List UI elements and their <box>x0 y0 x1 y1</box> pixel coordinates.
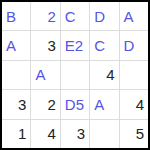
cell-r2c5[interactable]: D <box>120 31 148 59</box>
cell-r3c5[interactable] <box>120 61 148 89</box>
cell-number: 2 <box>47 97 55 112</box>
cell-r1c5[interactable]: A <box>120 2 148 30</box>
eulero-board: B2CDAA3E2CDA432D5A41435 <box>0 0 150 150</box>
cell-letter: B <box>6 9 16 24</box>
cell-letter: D <box>65 97 76 112</box>
cell-r5c3[interactable]: 3 <box>61 120 89 148</box>
cell-r1c1[interactable]: B <box>2 2 30 30</box>
cell-number: 4 <box>47 126 55 141</box>
cell-r4c5[interactable]: 4 <box>120 90 148 118</box>
cell-number: 3 <box>77 126 85 141</box>
cell-r1c3[interactable]: C <box>61 2 89 30</box>
cell-r1c4[interactable]: D <box>90 2 118 30</box>
cell-letter: A <box>6 38 16 53</box>
cell-r5c4[interactable] <box>90 120 118 148</box>
cell-number: 5 <box>136 126 144 141</box>
cell-number: 3 <box>18 97 26 112</box>
cell-number: 2 <box>75 38 83 53</box>
cell-r5c2[interactable]: 4 <box>31 120 59 148</box>
cell-letter: D <box>94 9 105 24</box>
cell-r3c2[interactable]: A <box>31 61 59 89</box>
cell-r4c4[interactable]: A <box>90 90 118 118</box>
cell-letter: A <box>94 97 104 112</box>
cell-number: 1 <box>18 126 26 141</box>
cell-r1c2[interactable]: 2 <box>31 2 59 30</box>
cell-letter: D <box>124 38 135 53</box>
cell-r5c1[interactable]: 1 <box>2 120 30 148</box>
cell-r2c2[interactable]: 3 <box>31 31 59 59</box>
cell-r2c4[interactable]: C <box>90 31 118 59</box>
cell-letter: C <box>94 38 105 53</box>
cell-letter: A <box>124 9 134 24</box>
cell-r4c2[interactable]: 2 <box>31 90 59 118</box>
cell-r3c3[interactable] <box>61 61 89 89</box>
cell-number: 4 <box>136 97 144 112</box>
cell-r4c1[interactable]: 3 <box>2 90 30 118</box>
cell-number: 2 <box>47 9 55 24</box>
cell-letter: C <box>65 9 76 24</box>
cell-r2c3[interactable]: E2 <box>61 31 89 59</box>
cell-r3c4[interactable]: 4 <box>90 61 118 89</box>
cell-r3c1[interactable] <box>2 61 30 89</box>
cell-r5c5[interactable]: 5 <box>120 120 148 148</box>
cell-number: 3 <box>47 38 55 53</box>
cell-number: 5 <box>76 97 84 112</box>
cell-letter: E <box>65 38 75 53</box>
cell-r2c1[interactable]: A <box>2 31 30 59</box>
cell-r4c3[interactable]: D5 <box>61 90 89 118</box>
cell-number: 4 <box>106 67 114 82</box>
cell-letter: A <box>35 67 45 82</box>
